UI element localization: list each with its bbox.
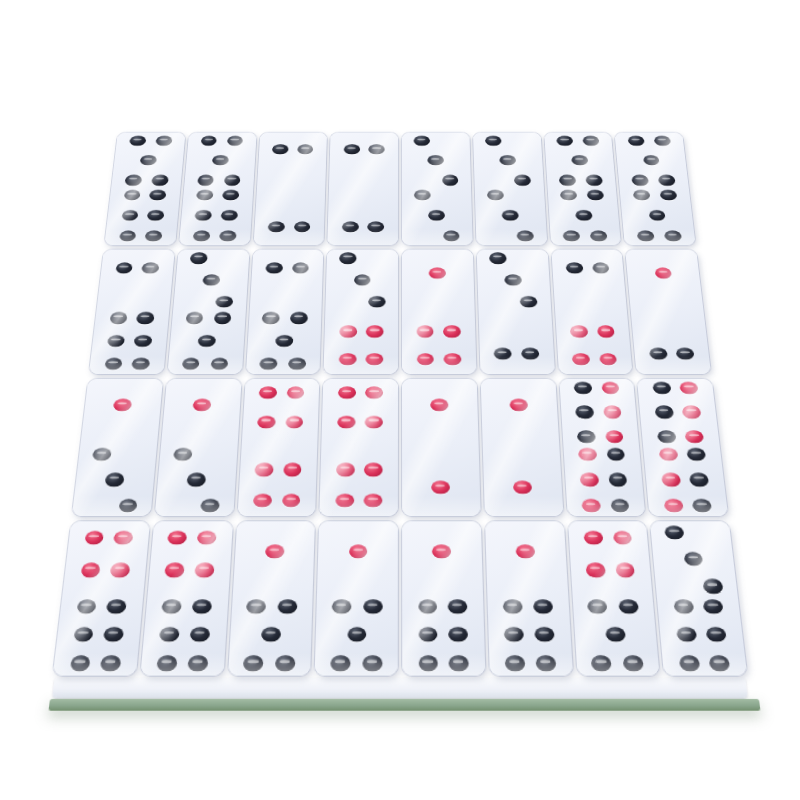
tile-top-half-4-pips <box>326 382 393 443</box>
red-pip <box>432 481 451 494</box>
red-pip <box>259 387 277 400</box>
tile-bottom-half-6-pips <box>568 448 641 512</box>
black-pip <box>631 175 648 186</box>
black-pip <box>100 656 121 671</box>
domino-tile-2-2-r1c3[interactable] <box>253 133 327 246</box>
tile-bottom-half-3-pips <box>479 190 543 242</box>
black-pip <box>265 262 282 273</box>
black-pip <box>243 656 263 671</box>
red-pip <box>615 563 635 577</box>
black-pip <box>190 627 210 642</box>
red-pip <box>516 544 535 558</box>
black-pip <box>449 656 469 671</box>
red-pip <box>597 326 615 338</box>
black-pip <box>342 221 359 232</box>
black-pip <box>665 526 685 540</box>
red-pip <box>349 544 368 558</box>
black-pip <box>623 656 644 671</box>
black-pip <box>193 231 211 242</box>
black-pip <box>109 312 128 324</box>
black-pip <box>676 627 697 642</box>
tile-bottom-half-1-pips <box>487 448 558 512</box>
black-pip <box>673 599 694 614</box>
domino-tile-4-6-r4c2[interactable] <box>140 522 232 676</box>
red-pip <box>578 448 597 461</box>
black-pip <box>503 599 523 614</box>
black-pip <box>560 190 577 201</box>
black-pip <box>221 210 238 221</box>
tile-bottom-half-6-pips <box>146 600 223 671</box>
black-pip <box>70 656 91 671</box>
tile-top-half-3-pips <box>330 253 394 308</box>
black-pip <box>368 221 385 232</box>
red-pip <box>601 382 620 394</box>
black-pip <box>200 135 217 145</box>
red-pip <box>167 531 187 545</box>
red-pip <box>581 499 600 513</box>
black-pip <box>536 656 556 671</box>
tile-bottom-half-4-pips <box>328 312 393 369</box>
black-pip <box>292 262 309 273</box>
black-pip <box>628 135 645 145</box>
red-pip <box>659 448 679 461</box>
domino-tile-5-5-r1c8[interactable] <box>615 133 696 246</box>
black-pip <box>118 499 138 513</box>
green-board-edge <box>49 699 761 711</box>
tile-bottom-half-6-pips <box>94 312 165 369</box>
black-pip <box>514 175 531 186</box>
black-pip <box>689 473 709 486</box>
black-pip <box>566 262 584 273</box>
black-pip <box>123 190 141 201</box>
domino-tile-1-3-r3c1[interactable] <box>72 378 163 516</box>
red-pip <box>570 326 588 338</box>
tile-bottom-half-5-pips <box>233 600 308 671</box>
red-pip <box>253 494 272 508</box>
black-pip <box>676 347 695 359</box>
tile-top-half-4-pips <box>573 526 648 593</box>
tile-bottom-half-6-pips <box>183 190 248 242</box>
black-pip <box>105 473 125 486</box>
red-pip <box>84 531 104 545</box>
black-pip <box>643 155 660 165</box>
tile-bottom-half-5-pips <box>624 190 691 242</box>
tile-top-half-1-pips <box>166 382 237 443</box>
red-pip <box>513 481 532 494</box>
black-pip <box>648 210 666 221</box>
black-pip <box>658 175 675 186</box>
red-pip <box>605 430 624 443</box>
red-pip <box>110 563 130 577</box>
red-pip <box>416 326 433 338</box>
black-pip <box>119 231 137 242</box>
tile-bottom-half-2-pips <box>332 190 394 242</box>
tile-top-half-1-pips <box>85 382 158 443</box>
tile-bottom-half-5-pips <box>250 312 317 369</box>
black-pip <box>332 599 352 614</box>
black-pip <box>272 144 289 154</box>
black-pip <box>192 599 212 614</box>
black-pip <box>104 358 123 370</box>
domino-tile-1-6-r4c6[interactable] <box>485 522 573 676</box>
black-pip <box>619 599 639 614</box>
domino-tile-2-4-r2c7[interactable] <box>551 249 633 373</box>
black-pip <box>210 358 228 370</box>
black-pip <box>149 190 166 201</box>
red-pip <box>599 353 618 365</box>
black-pip <box>275 656 295 671</box>
domino-tile-1-2-r2c8[interactable] <box>625 249 711 373</box>
black-pip <box>709 656 730 671</box>
red-pip <box>364 463 382 476</box>
domino-tile-3-3-r1c6[interactable] <box>473 133 547 246</box>
black-pip <box>652 382 671 394</box>
domino-tile-5-6-r1c2[interactable] <box>179 133 256 246</box>
black-pip <box>591 656 612 671</box>
tile-bottom-half-4-pips <box>559 312 628 369</box>
domino-tile-1-1-r3c5[interactable] <box>402 378 480 516</box>
red-pip <box>365 387 383 400</box>
black-pip <box>520 296 538 308</box>
black-pip <box>197 175 214 186</box>
domino-tile-3-6-r4c8[interactable] <box>650 522 747 676</box>
red-pip <box>603 406 622 419</box>
tile-top-half-1-pips <box>406 253 470 308</box>
domino-tile-2-2-r1c4[interactable] <box>328 133 399 246</box>
black-pip <box>414 135 430 145</box>
black-pip <box>129 135 146 145</box>
black-pip <box>517 231 534 242</box>
black-pip <box>502 210 519 221</box>
domino-tile-2-5-r2c3[interactable] <box>245 249 323 373</box>
black-pip <box>340 253 357 264</box>
black-pip <box>261 627 281 642</box>
black-pip <box>268 221 285 232</box>
red-pip <box>335 494 354 508</box>
tile-top-half-1-pips <box>407 526 478 593</box>
domino-tile-5-5-r1c7[interactable] <box>544 133 621 246</box>
red-pip <box>365 415 383 428</box>
black-pip <box>200 499 219 513</box>
black-pip <box>212 155 229 165</box>
black-pip <box>196 190 213 201</box>
black-pip <box>633 190 650 201</box>
domino-tile-6-6-r3c8[interactable] <box>637 378 728 516</box>
tile-bottom-half-5-pips <box>172 312 241 369</box>
black-pip <box>504 627 524 642</box>
black-pip <box>162 599 182 614</box>
domino-tile-5-6-r1c1[interactable] <box>104 133 185 246</box>
domino-tile-6-6-r3c7[interactable] <box>559 378 646 516</box>
tile-bottom-half-6-pips <box>662 600 741 671</box>
black-pip <box>706 627 727 642</box>
domino-tile-1-4-r2c5[interactable] <box>402 249 476 373</box>
tile-top-half-5-pips <box>116 136 181 185</box>
tile-top-half-1-pips <box>485 382 554 443</box>
black-pip <box>487 190 504 201</box>
domino-tile-4-4-r3c3[interactable] <box>237 378 320 516</box>
tile-bottom-half-3-pips <box>406 190 468 242</box>
black-pip <box>687 448 707 461</box>
black-pip <box>222 190 239 201</box>
black-pip <box>344 144 360 154</box>
tile-top-half-2-pips <box>254 253 319 308</box>
tile-top-half-1-pips <box>406 382 473 443</box>
domino-tile-1-1-r3c6[interactable] <box>480 378 563 516</box>
domino-tile-1-5-r4c3[interactable] <box>227 522 315 676</box>
black-pip <box>187 656 208 671</box>
tile-bottom-half-4-pips <box>406 312 471 369</box>
tile-bottom-half-1-pips <box>407 448 476 512</box>
black-pip <box>428 210 445 221</box>
red-pip <box>572 353 590 365</box>
black-pip <box>202 274 220 285</box>
red-pip <box>429 268 446 279</box>
red-pip <box>265 544 284 558</box>
black-pip <box>288 358 306 370</box>
red-pip <box>165 563 185 577</box>
black-pip <box>592 262 610 273</box>
tile-bottom-half-6-pips <box>58 600 137 671</box>
domino-tile-4-6-r4c1[interactable] <box>53 522 150 676</box>
black-pip <box>121 210 139 221</box>
black-pip <box>107 335 126 347</box>
black-pip <box>418 627 438 642</box>
red-pip <box>584 531 604 545</box>
domino-tile-1-6-r4c5[interactable] <box>402 522 485 676</box>
tile-top-half-1-pips <box>630 253 699 308</box>
black-pip <box>278 599 298 614</box>
black-pip <box>136 312 154 324</box>
black-pip <box>505 656 525 671</box>
black-pip <box>215 296 233 308</box>
black-pip <box>574 382 593 394</box>
black-pip <box>577 430 596 443</box>
black-pip <box>657 430 676 443</box>
black-pip <box>290 312 308 324</box>
black-pip <box>275 335 293 347</box>
black-pip <box>692 499 712 513</box>
black-pip <box>504 274 522 285</box>
tile-top-half-1-pips <box>237 526 310 593</box>
tile-bottom-half-3-pips <box>159 448 232 512</box>
tile-top-half-6-pips <box>642 382 715 443</box>
tile-side-edge <box>52 678 747 698</box>
black-pip <box>534 627 554 642</box>
black-pip <box>141 262 159 273</box>
black-pip <box>679 656 700 671</box>
black-pip <box>443 231 460 242</box>
black-pip <box>195 210 212 221</box>
black-pip <box>131 358 150 370</box>
tile-top-half-4-pips <box>152 526 227 593</box>
red-pip <box>680 382 699 394</box>
black-pip <box>414 190 431 201</box>
tile-bottom-half-5-pips <box>320 600 393 671</box>
red-pip <box>654 268 672 279</box>
black-pip <box>73 627 94 642</box>
red-pip <box>257 415 276 428</box>
product-photo-scene <box>0 0 800 800</box>
domino-tile-3-2-r2c6[interactable] <box>476 249 554 373</box>
red-pip <box>338 387 356 400</box>
black-pip <box>703 599 724 614</box>
red-pip <box>283 463 302 476</box>
black-pip <box>246 599 266 614</box>
black-pip <box>649 347 668 359</box>
red-pip <box>443 326 461 338</box>
black-pip <box>557 135 574 145</box>
black-pip <box>92 448 112 461</box>
red-pip <box>339 326 357 338</box>
tile-top-half-6-pips <box>563 382 634 443</box>
domino-tile-3-3-r1c5[interactable] <box>402 133 473 246</box>
black-pip <box>369 144 385 154</box>
red-pip <box>685 430 705 443</box>
red-pip <box>80 563 101 577</box>
black-pip <box>448 627 468 642</box>
black-pip <box>198 335 216 347</box>
black-pip <box>262 312 280 324</box>
black-pip <box>571 155 588 165</box>
black-pip <box>586 175 603 186</box>
red-pip <box>364 494 383 508</box>
black-pip <box>227 135 244 145</box>
tile-top-half-4-pips <box>67 526 144 593</box>
black-pip <box>354 274 371 285</box>
black-pip <box>702 579 723 593</box>
tile-top-half-3-pips <box>655 526 732 593</box>
tile-top-half-4-pips <box>246 382 315 443</box>
tile-top-half-2-pips <box>555 253 622 308</box>
black-pip <box>147 210 165 221</box>
tile-top-half-5-pips <box>188 136 252 185</box>
red-pip <box>432 544 451 558</box>
black-pip <box>654 406 673 419</box>
black-pip <box>428 155 444 165</box>
red-pip <box>682 406 701 419</box>
black-pip <box>575 406 594 419</box>
black-pip <box>637 231 655 242</box>
tile-bottom-half-6-pips <box>407 600 480 671</box>
red-pip <box>586 563 606 577</box>
black-pip <box>583 135 600 145</box>
black-pip <box>219 231 236 242</box>
tile-top-half-1-pips <box>490 526 563 593</box>
red-pip <box>113 531 133 545</box>
black-pip <box>187 473 206 486</box>
red-pip <box>580 473 599 486</box>
black-pip <box>76 599 97 614</box>
black-pip <box>159 627 180 642</box>
red-pip <box>431 399 449 412</box>
red-pip <box>194 563 214 577</box>
red-pip <box>661 473 681 486</box>
tile-top-half-2-pips <box>261 136 323 185</box>
tile-bottom-half-2-pips <box>258 190 322 242</box>
black-pip <box>575 210 592 221</box>
black-pip <box>489 253 506 264</box>
black-pip <box>173 448 192 461</box>
tile-top-half-5-pips <box>548 136 612 185</box>
domino-tile-1-3-r3c2[interactable] <box>154 378 241 516</box>
black-pip <box>418 599 437 614</box>
red-pip <box>337 415 355 428</box>
red-pip <box>282 494 301 508</box>
domino-tile-4-5-r4c7[interactable] <box>568 522 660 676</box>
black-pip <box>294 221 311 232</box>
black-pip <box>418 656 438 671</box>
red-pip <box>366 326 383 338</box>
black-pip <box>103 627 124 642</box>
red-pip <box>366 353 384 365</box>
black-pip <box>683 552 703 566</box>
red-pip <box>193 399 212 412</box>
tile-top-half-2-pips <box>101 253 170 308</box>
black-pip <box>151 175 168 186</box>
tile-top-half-5-pips <box>619 136 684 185</box>
black-pip <box>260 358 278 370</box>
tile-bottom-half-6-pips <box>492 600 567 671</box>
black-pip <box>185 312 203 324</box>
black-pip <box>605 627 626 642</box>
red-pip <box>285 415 303 428</box>
black-pip <box>442 175 459 186</box>
black-pip <box>347 627 367 642</box>
black-pip <box>485 135 501 145</box>
black-pip <box>608 473 627 486</box>
red-pip <box>663 499 683 513</box>
tile-bottom-half-5-pips <box>577 600 654 671</box>
red-pip <box>613 531 633 545</box>
black-pip <box>494 347 512 359</box>
black-pip <box>587 190 604 201</box>
tile-bottom-half-2-pips <box>636 312 707 369</box>
domino-tile-4-4-r3c4[interactable] <box>320 378 398 516</box>
black-pip <box>660 190 678 201</box>
black-pip <box>145 231 163 242</box>
tile-top-half-3-pips <box>477 136 539 185</box>
tile-top-half-2-pips <box>333 136 394 185</box>
tile-bottom-half-5-pips <box>551 190 616 242</box>
red-pip <box>197 531 217 545</box>
domino-tile-3-5-r2c2[interactable] <box>167 249 249 373</box>
red-pip <box>336 463 355 476</box>
red-pip <box>416 353 434 365</box>
black-pip <box>224 175 241 186</box>
red-pip <box>510 399 528 412</box>
domino-tile-3-4-r2c4[interactable] <box>324 249 398 373</box>
black-pip <box>214 312 232 324</box>
black-pip <box>533 599 553 614</box>
red-pip <box>444 353 462 365</box>
black-pip <box>521 347 539 359</box>
black-pip <box>363 656 383 671</box>
black-pip <box>331 656 351 671</box>
black-pip <box>368 296 385 308</box>
domino-tile-1-5-r4c4[interactable] <box>315 522 398 676</box>
black-pip <box>563 231 580 242</box>
black-pip <box>606 448 625 461</box>
domino-grid <box>53 133 748 676</box>
domino-tile-2-6-r2c1[interactable] <box>89 249 175 373</box>
black-pip <box>157 656 178 671</box>
black-pip <box>134 335 153 347</box>
black-pip <box>363 599 382 614</box>
tile-bottom-half-4-pips <box>324 448 393 512</box>
tile-top-half-3-pips <box>481 253 546 308</box>
tile-top-half-1-pips <box>322 526 393 593</box>
